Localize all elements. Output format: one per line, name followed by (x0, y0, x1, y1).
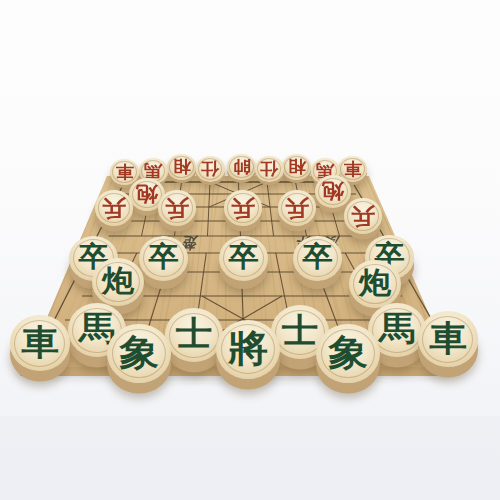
photo-stage: 楚河漢界 車馬相仕帥仕相馬車炮炮兵兵兵兵兵卒卒卒卒卒炮炮車馬象士將士象馬車 (0, 0, 500, 500)
piece-character: 馬 (144, 163, 162, 180)
piece-character: 象 (328, 334, 368, 371)
piece-green-soldier[interactable]: 卒 (139, 236, 188, 281)
piece-red-soldier[interactable]: 兵 (95, 190, 134, 226)
piece-character: 馬 (379, 312, 415, 346)
piece-character: 炮 (136, 184, 158, 205)
piece-character: 士 (282, 314, 318, 348)
piece-character: 車 (344, 161, 362, 178)
piece-character: 兵 (231, 197, 255, 219)
piece-character: 炮 (322, 181, 344, 202)
piece-character: 兵 (165, 197, 189, 219)
piece-red-cannon[interactable]: 炮 (315, 175, 351, 208)
piece-character: 車 (429, 321, 467, 356)
piece-green-soldier[interactable]: 卒 (219, 236, 268, 281)
piece-red-elephant[interactable]: 相 (282, 154, 311, 181)
pieces-layer: 車馬相仕帥仕相馬車炮炮兵兵兵兵兵卒卒卒卒卒炮炮車馬象士將士象馬車 (0, 0, 500, 500)
piece-character: 卒 (228, 243, 258, 271)
piece-character: 炮 (102, 266, 134, 296)
piece-character: 帥 (233, 159, 251, 176)
piece-red-advisor[interactable]: 仕 (196, 156, 225, 183)
piece-character: 相 (288, 159, 306, 176)
piece-red-elephant[interactable]: 相 (167, 154, 196, 181)
piece-green-cannon[interactable]: 炮 (92, 258, 144, 306)
piece-green-elephant[interactable]: 象 (107, 324, 171, 383)
piece-character: 車 (21, 325, 59, 360)
piece-character: 仕 (201, 161, 219, 178)
piece-green-elephant[interactable]: 象 (316, 324, 380, 383)
piece-green-soldier[interactable]: 卒 (293, 236, 342, 281)
piece-character: 車 (116, 164, 134, 181)
piece-red-soldier[interactable]: 兵 (224, 190, 263, 226)
piece-red-general[interactable]: 帥 (227, 154, 256, 181)
piece-green-cannon[interactable]: 炮 (349, 260, 401, 308)
piece-green-general[interactable]: 將 (216, 320, 281, 380)
piece-character: 卒 (148, 243, 178, 271)
piece-green-chariot[interactable]: 車 (10, 315, 71, 371)
piece-character: 相 (173, 159, 191, 176)
piece-character: 兵 (351, 205, 375, 227)
piece-red-advisor[interactable]: 仕 (255, 156, 284, 183)
piece-red-soldier[interactable]: 兵 (278, 190, 317, 226)
piece-character: 兵 (102, 197, 126, 219)
piece-character: 將 (228, 330, 268, 367)
piece-character: 兵 (285, 197, 309, 219)
piece-character: 士 (176, 317, 212, 351)
piece-red-soldier[interactable]: 兵 (158, 190, 197, 226)
piece-character: 象 (119, 334, 159, 371)
piece-green-chariot[interactable]: 車 (418, 311, 479, 367)
piece-character: 卒 (302, 243, 332, 271)
piece-red-soldier[interactable]: 兵 (344, 198, 383, 234)
piece-green-advisor[interactable]: 士 (165, 308, 224, 362)
piece-character: 仕 (260, 161, 278, 178)
piece-character: 炮 (359, 268, 391, 298)
